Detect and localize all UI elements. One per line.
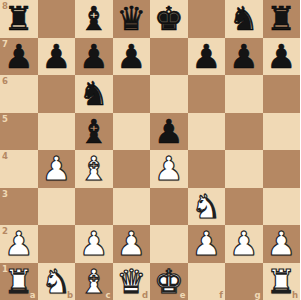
square-a4[interactable]: 4	[0, 150, 38, 188]
piece-white-pawn[interactable]: ♟	[188, 225, 226, 263]
square-g6[interactable]	[225, 75, 263, 113]
piece-black-bishop[interactable]: ♝	[75, 113, 113, 151]
square-b8[interactable]	[38, 0, 76, 38]
square-c2[interactable]: ♟	[75, 225, 113, 263]
square-b7[interactable]: ♟	[38, 38, 76, 76]
square-f7[interactable]: ♟	[188, 38, 226, 76]
piece-black-knight[interactable]: ♞	[225, 0, 263, 38]
square-d6[interactable]	[113, 75, 151, 113]
square-h1[interactable]: h♜	[263, 263, 301, 300]
square-h7[interactable]: ♟	[263, 38, 301, 76]
piece-black-pawn[interactable]: ♟	[38, 38, 76, 76]
square-g5[interactable]	[225, 113, 263, 151]
square-b3[interactable]	[38, 188, 76, 226]
square-f8[interactable]	[188, 0, 226, 38]
piece-white-king[interactable]: ♚	[150, 263, 188, 300]
square-e8[interactable]: ♚	[150, 0, 188, 38]
piece-black-knight[interactable]: ♞	[75, 75, 113, 113]
piece-white-queen[interactable]: ♛	[113, 263, 151, 300]
piece-white-rook[interactable]: ♜	[263, 263, 301, 300]
square-c1[interactable]: c♝	[75, 263, 113, 300]
square-e1[interactable]: e♚	[150, 263, 188, 300]
square-b2[interactable]	[38, 225, 76, 263]
piece-black-rook[interactable]: ♜	[0, 0, 38, 38]
piece-black-pawn[interactable]: ♟	[188, 38, 226, 76]
square-b5[interactable]	[38, 113, 76, 151]
square-g3[interactable]	[225, 188, 263, 226]
square-e3[interactable]	[150, 188, 188, 226]
square-d7[interactable]: ♟	[113, 38, 151, 76]
square-a1[interactable]: 1a♜	[0, 263, 38, 300]
square-e7[interactable]	[150, 38, 188, 76]
square-a3[interactable]: 3	[0, 188, 38, 226]
square-h5[interactable]	[263, 113, 301, 151]
square-f3[interactable]: ♞	[188, 188, 226, 226]
piece-white-pawn[interactable]: ♟	[263, 225, 301, 263]
square-b4[interactable]: ♟	[38, 150, 76, 188]
square-g7[interactable]: ♟	[225, 38, 263, 76]
rank-label-6: 6	[2, 77, 8, 86]
square-a7[interactable]: 7♟	[0, 38, 38, 76]
square-e5[interactable]: ♟	[150, 113, 188, 151]
piece-white-pawn[interactable]: ♟	[113, 225, 151, 263]
piece-white-pawn[interactable]: ♟	[225, 225, 263, 263]
square-h2[interactable]: ♟	[263, 225, 301, 263]
square-f2[interactable]: ♟	[188, 225, 226, 263]
square-d5[interactable]	[113, 113, 151, 151]
square-c6[interactable]: ♞	[75, 75, 113, 113]
square-f6[interactable]	[188, 75, 226, 113]
piece-white-pawn[interactable]: ♟	[150, 150, 188, 188]
square-h6[interactable]	[263, 75, 301, 113]
chess-board: 8♜♝♛♚♞♜7♟♟♟♟♟♟♟6♞5♝♟4♟♝♟3♞2♟♟♟♟♟♟1a♜b♞c♝…	[0, 0, 300, 300]
piece-white-knight[interactable]: ♞	[38, 263, 76, 300]
file-label-g: g	[254, 291, 260, 300]
rank-label-4: 4	[2, 152, 8, 161]
piece-white-pawn[interactable]: ♟	[38, 150, 76, 188]
square-c5[interactable]: ♝	[75, 113, 113, 151]
square-c7[interactable]: ♟	[75, 38, 113, 76]
square-d2[interactable]: ♟	[113, 225, 151, 263]
square-d1[interactable]: d♛	[113, 263, 151, 300]
square-a6[interactable]: 6	[0, 75, 38, 113]
square-e2[interactable]	[150, 225, 188, 263]
square-h4[interactable]	[263, 150, 301, 188]
piece-white-bishop[interactable]: ♝	[75, 263, 113, 300]
square-g1[interactable]: g	[225, 263, 263, 300]
square-d3[interactable]	[113, 188, 151, 226]
piece-black-pawn[interactable]: ♟	[150, 113, 188, 151]
piece-white-pawn[interactable]: ♟	[0, 225, 38, 263]
square-c8[interactable]: ♝	[75, 0, 113, 38]
square-g2[interactable]: ♟	[225, 225, 263, 263]
piece-black-pawn[interactable]: ♟	[263, 38, 301, 76]
square-f1[interactable]: f	[188, 263, 226, 300]
square-c4[interactable]: ♝	[75, 150, 113, 188]
rank-label-5: 5	[2, 115, 8, 124]
square-d4[interactable]	[113, 150, 151, 188]
square-f4[interactable]	[188, 150, 226, 188]
file-label-f: f	[219, 291, 223, 300]
square-g8[interactable]: ♞	[225, 0, 263, 38]
square-b1[interactable]: b♞	[38, 263, 76, 300]
rank-label-3: 3	[2, 190, 8, 199]
piece-black-pawn[interactable]: ♟	[75, 38, 113, 76]
piece-black-rook[interactable]: ♜	[263, 0, 301, 38]
piece-black-pawn[interactable]: ♟	[113, 38, 151, 76]
piece-black-queen[interactable]: ♛	[113, 0, 151, 38]
square-b6[interactable]	[38, 75, 76, 113]
square-h8[interactable]: ♜	[263, 0, 301, 38]
piece-white-rook[interactable]: ♜	[0, 263, 38, 300]
piece-black-king[interactable]: ♚	[150, 0, 188, 38]
piece-black-pawn[interactable]: ♟	[0, 38, 38, 76]
piece-black-pawn[interactable]: ♟	[225, 38, 263, 76]
square-f5[interactable]	[188, 113, 226, 151]
square-g4[interactable]	[225, 150, 263, 188]
square-a8[interactable]: 8♜	[0, 0, 38, 38]
piece-white-pawn[interactable]: ♟	[75, 225, 113, 263]
square-e4[interactable]: ♟	[150, 150, 188, 188]
square-a5[interactable]: 5	[0, 113, 38, 151]
square-a2[interactable]: 2♟	[0, 225, 38, 263]
piece-white-bishop[interactable]: ♝	[75, 150, 113, 188]
square-e6[interactable]	[150, 75, 188, 113]
piece-white-knight[interactable]: ♞	[188, 188, 226, 226]
square-h3[interactable]	[263, 188, 301, 226]
piece-black-bishop[interactable]: ♝	[75, 0, 113, 38]
square-c3[interactable]	[75, 188, 113, 226]
square-d8[interactable]: ♛	[113, 0, 151, 38]
